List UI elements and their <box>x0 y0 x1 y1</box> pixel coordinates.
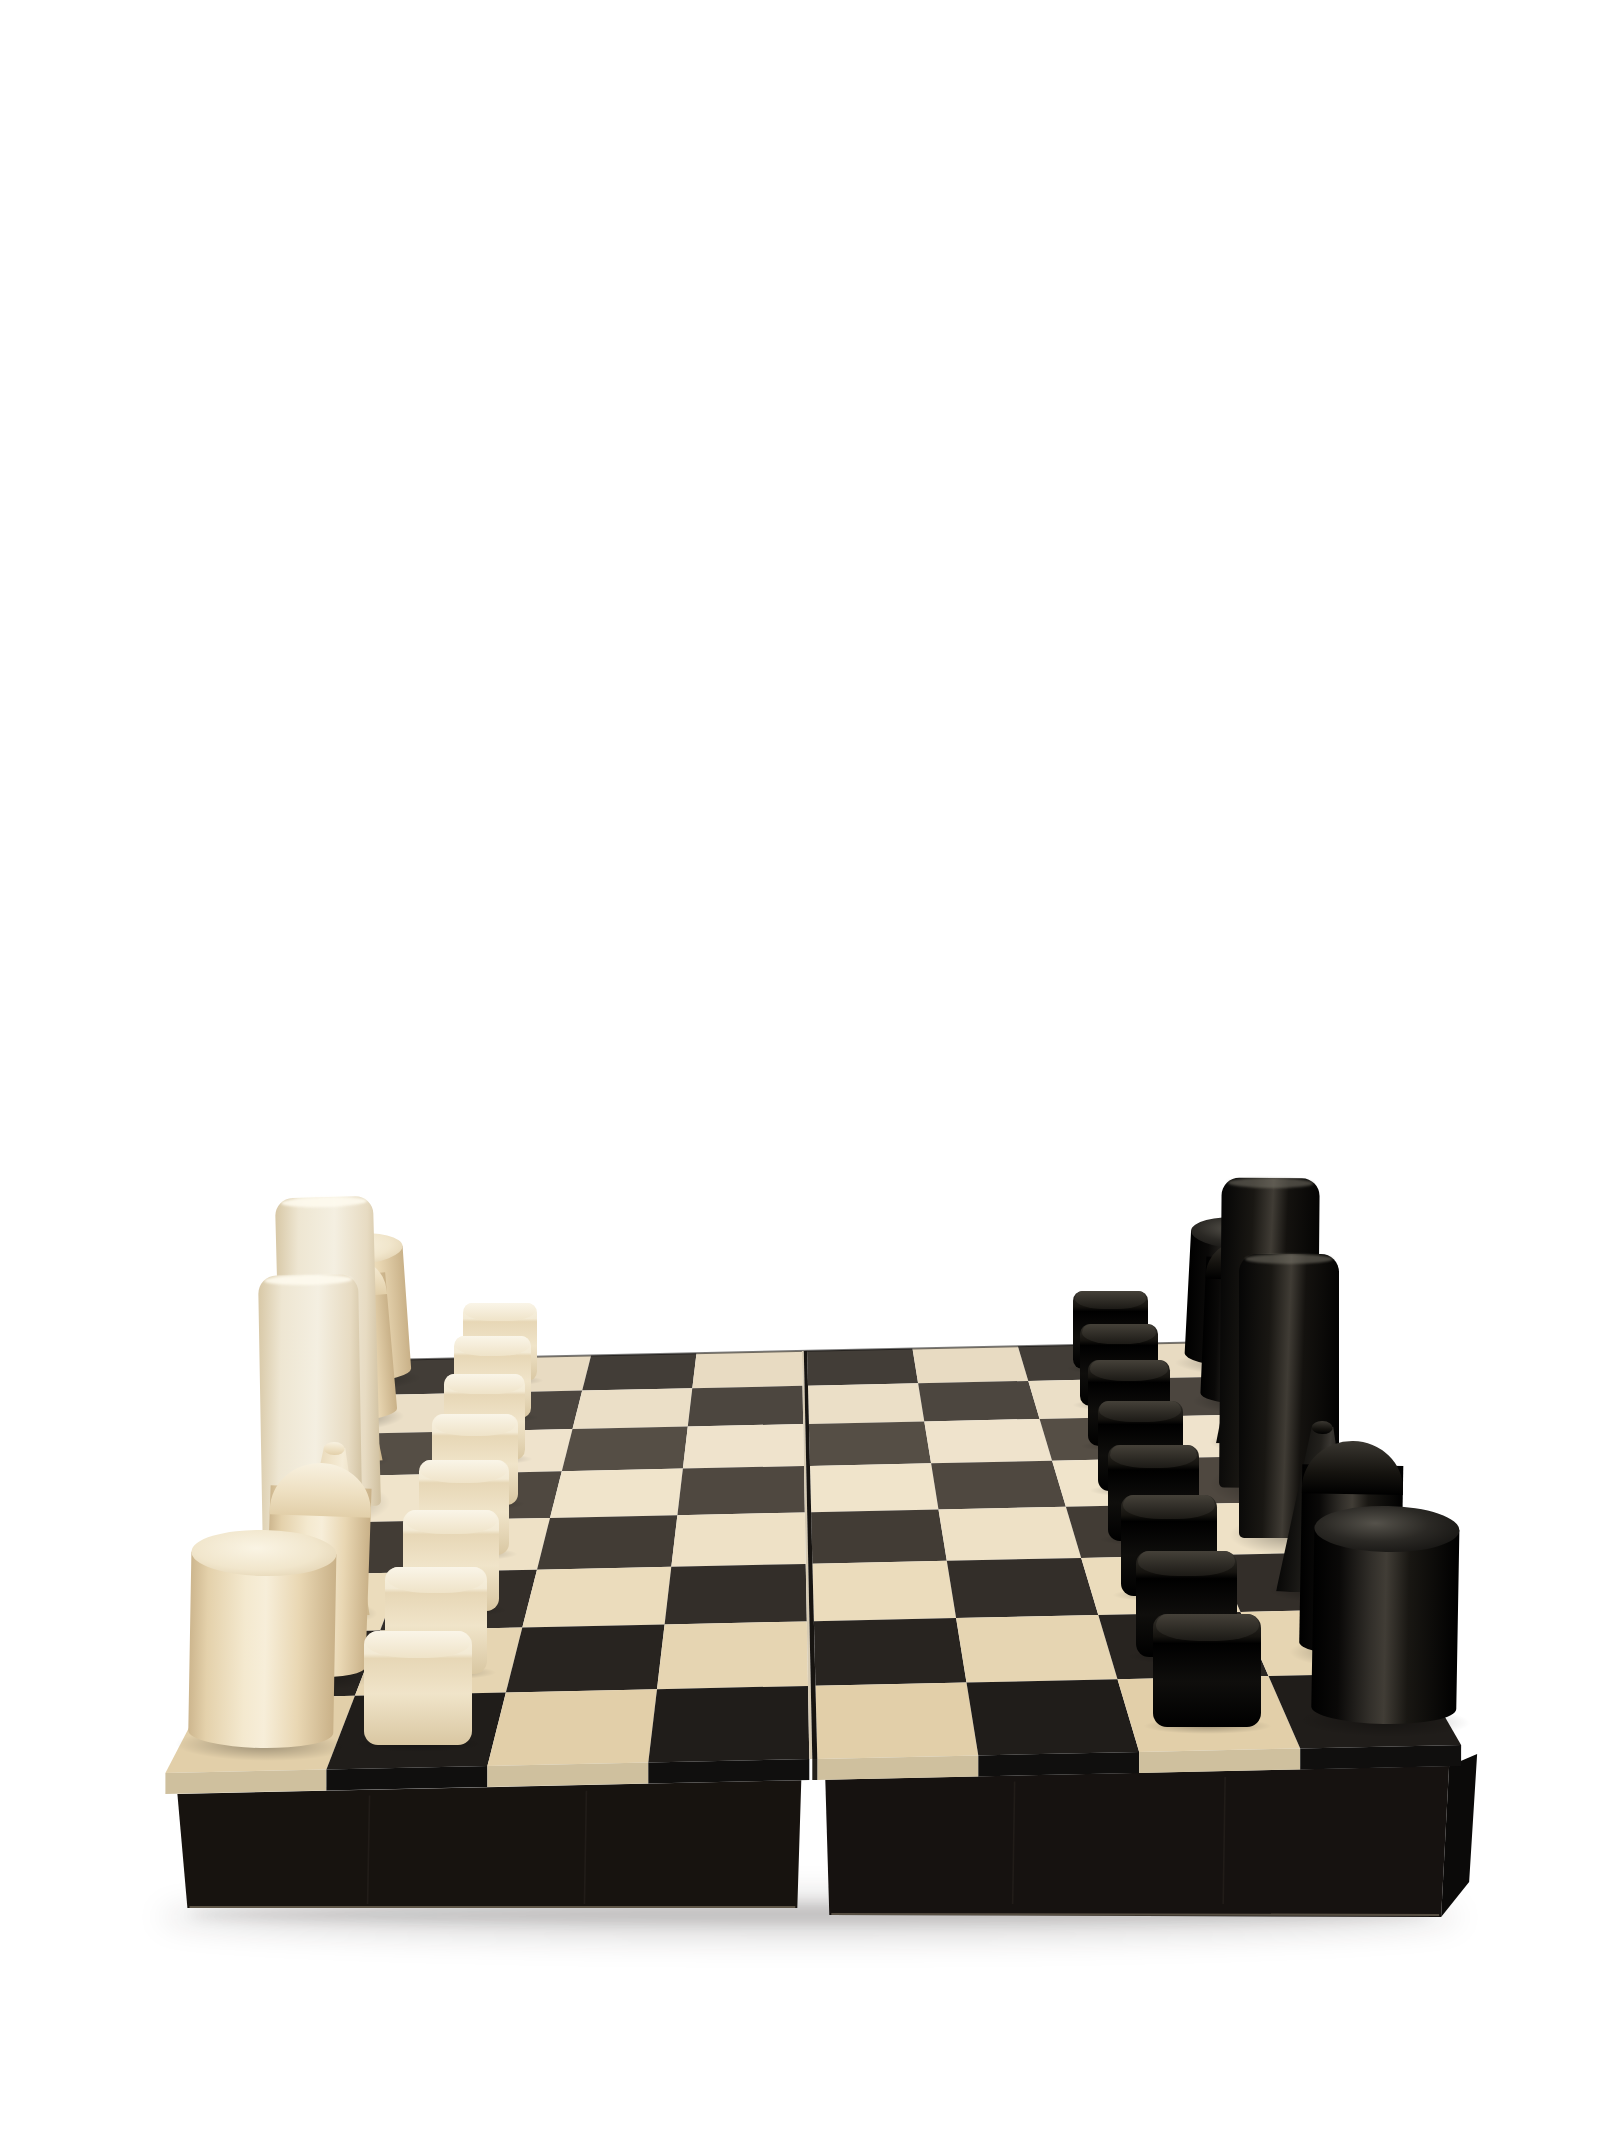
chess-set-photo <box>0 0 1600 2133</box>
piece-surface <box>1156 1614 1260 1641</box>
black-pawn <box>1153 1614 1261 1728</box>
white-pawn <box>364 1631 472 1745</box>
white-rook <box>188 1529 337 1749</box>
piece-surface <box>464 1303 535 1322</box>
piece-surface <box>1302 1440 1404 1494</box>
piece-surface <box>1090 1360 1168 1381</box>
piece-surface <box>387 1567 484 1593</box>
piece-surface <box>188 1552 336 1749</box>
piece-surface <box>1123 1495 1215 1519</box>
piece-surface <box>455 1336 530 1356</box>
piece-surface <box>1099 1401 1181 1423</box>
piece-surface <box>1082 1324 1157 1344</box>
piece-surface <box>445 1374 523 1395</box>
piece-surface <box>1075 1291 1146 1310</box>
piece-surface <box>420 1460 507 1483</box>
piece-surface <box>405 1510 497 1534</box>
black-rook <box>1311 1505 1460 1725</box>
piece-surface <box>1245 1254 1333 1264</box>
piece-surface <box>1138 1551 1235 1577</box>
piece-surface <box>434 1414 516 1436</box>
piece-surface <box>1110 1445 1197 1468</box>
piece-surface <box>270 1462 373 1518</box>
piece-surface <box>366 1631 470 1658</box>
piece-surface <box>1311 1528 1459 1725</box>
pieces-layer <box>0 0 1600 2133</box>
